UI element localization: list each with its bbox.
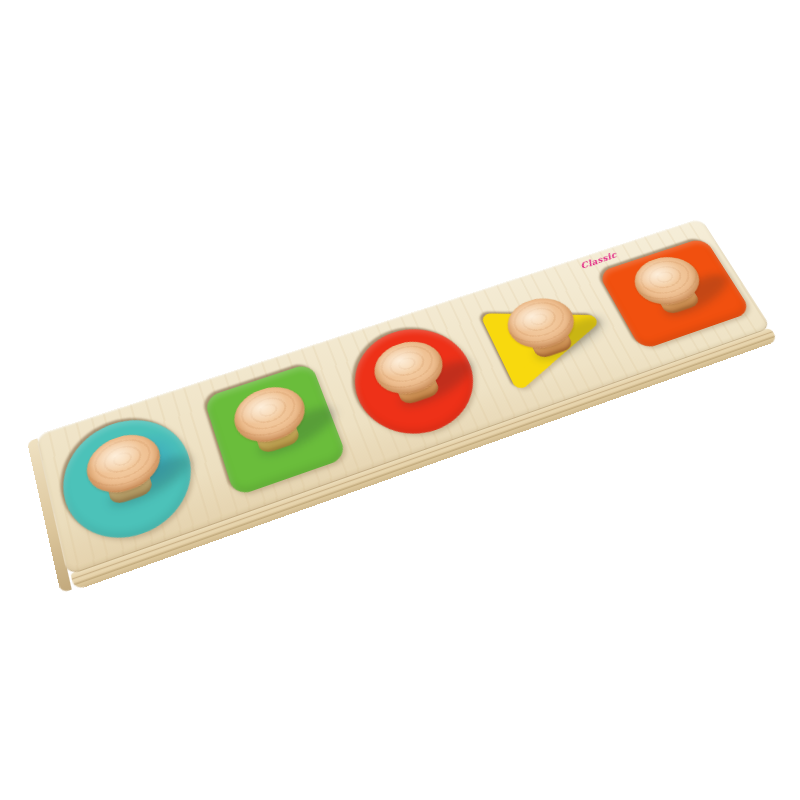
board-top-face: Classic bbox=[36, 218, 772, 576]
photo-canvas: Classic bbox=[0, 0, 800, 800]
slot-grid bbox=[36, 218, 772, 576]
puzzle-board: Classic bbox=[36, 218, 772, 576]
